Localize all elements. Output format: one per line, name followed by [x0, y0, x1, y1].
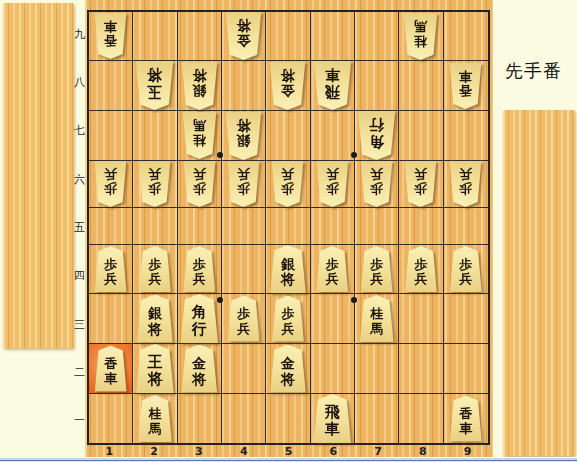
board-cell[interactable]: 歩兵 — [444, 245, 488, 294]
board-cell[interactable] — [266, 111, 310, 161]
board-cell[interactable] — [444, 208, 488, 245]
piece-歩兵[interactable]: 歩兵 — [404, 161, 437, 207]
board-cell[interactable] — [133, 12, 177, 61]
piece-飛車[interactable]: 飛車 — [313, 394, 352, 443]
board-cell[interactable]: 歩兵 — [89, 245, 133, 294]
board-cell[interactable]: 桂馬 — [399, 12, 443, 61]
piece-歩兵[interactable]: 歩兵 — [404, 246, 437, 292]
board-cell[interactable] — [133, 111, 177, 161]
board-cell[interactable]: 銀将 — [178, 61, 222, 111]
piece-歩兵[interactable]: 歩兵 — [94, 161, 127, 207]
board-cell[interactable] — [355, 12, 399, 61]
star-point — [351, 297, 357, 303]
board-cell[interactable] — [311, 208, 355, 245]
board-cell[interactable] — [266, 208, 310, 245]
board-cell[interactable] — [355, 344, 399, 394]
piece-歩兵[interactable]: 歩兵 — [316, 246, 349, 292]
board-cell[interactable]: 桂馬 — [133, 394, 177, 443]
board-cell[interactable] — [133, 208, 177, 245]
piece-歩兵[interactable]: 歩兵 — [271, 296, 304, 342]
rank-label: 六 — [74, 155, 85, 203]
board-cell[interactable] — [266, 12, 310, 61]
piece-角行[interactable]: 角行 — [180, 294, 219, 343]
board-cell[interactable]: 飛車 — [311, 394, 355, 443]
piece-歩兵[interactable]: 歩兵 — [94, 246, 127, 292]
board-cell[interactable]: 桂馬 — [355, 294, 399, 344]
board-cell[interactable] — [355, 208, 399, 245]
board-cell[interactable]: 歩兵 — [311, 161, 355, 208]
board-cell[interactable] — [399, 208, 443, 245]
rank-label: 八 — [74, 58, 85, 106]
board-cell[interactable] — [222, 61, 266, 111]
rank-label: 九 — [74, 10, 85, 58]
piece-香車[interactable]: 香車 — [94, 346, 127, 392]
board-cell[interactable]: 香車 — [444, 61, 488, 111]
board-cell[interactable]: 歩兵 — [222, 294, 266, 344]
piece-銀将[interactable]: 銀将 — [136, 295, 173, 343]
piece-歩兵[interactable]: 歩兵 — [360, 161, 393, 207]
piece-金将[interactable]: 金将 — [269, 62, 306, 110]
rank-label: 四 — [74, 252, 85, 300]
board-cell[interactable]: 歩兵 — [399, 161, 443, 208]
piece-歩兵[interactable]: 歩兵 — [227, 161, 260, 207]
piece-桂馬[interactable]: 桂馬 — [403, 13, 438, 60]
sente-piece-stand — [503, 110, 575, 456]
board-cell[interactable] — [89, 111, 133, 161]
rank-label: 五 — [74, 203, 85, 251]
piece-歩兵[interactable]: 歩兵 — [449, 246, 482, 292]
board-cell[interactable]: 王将 — [133, 344, 177, 394]
board-cell[interactable] — [355, 61, 399, 111]
piece-金将[interactable]: 金将 — [269, 345, 306, 393]
board-cell[interactable]: 金将 — [222, 12, 266, 61]
piece-歩兵[interactable]: 歩兵 — [271, 161, 304, 207]
board-grid: 香車金将桂馬玉将銀将金将飛車香車桂馬銀将角行歩兵歩兵歩兵歩兵歩兵歩兵歩兵歩兵歩兵… — [87, 10, 490, 445]
board-cell[interactable]: 歩兵 — [311, 245, 355, 294]
board-cell[interactable]: 角行 — [178, 294, 222, 344]
board-cell[interactable]: 歩兵 — [178, 161, 222, 208]
board-cell[interactable] — [89, 394, 133, 443]
piece-香車[interactable]: 香車 — [449, 396, 482, 442]
board-cell[interactable] — [355, 394, 399, 443]
board-cell[interactable]: 歩兵 — [222, 161, 266, 208]
piece-銀将[interactable]: 銀将 — [181, 62, 218, 110]
board-cell[interactable] — [178, 208, 222, 245]
board-cell[interactable] — [444, 12, 488, 61]
piece-歩兵[interactable]: 歩兵 — [227, 296, 260, 342]
piece-歩兵[interactable]: 歩兵 — [183, 161, 216, 207]
board-cell[interactable]: 歩兵 — [133, 161, 177, 208]
piece-飛車[interactable]: 飛車 — [313, 61, 352, 110]
piece-玉将[interactable]: 玉将 — [135, 61, 174, 110]
board-cell[interactable]: 銀将 — [222, 111, 266, 161]
shogi-board: 香車金将桂馬玉将銀将金将飛車香車桂馬銀将角行歩兵歩兵歩兵歩兵歩兵歩兵歩兵歩兵歩兵… — [85, 0, 493, 459]
board-cell[interactable] — [178, 394, 222, 443]
gote-piece-stand — [3, 3, 74, 348]
board-cell[interactable]: 銀将 — [266, 245, 310, 294]
rank-label: 三 — [74, 300, 85, 348]
piece-王将[interactable]: 王将 — [135, 344, 174, 393]
turn-indicator: 先手番 — [505, 59, 562, 83]
board-cell[interactable]: 金将 — [178, 344, 222, 394]
rank-label: 二 — [74, 348, 85, 396]
board-cell[interactable]: 玉将 — [133, 61, 177, 111]
piece-桂馬[interactable]: 桂馬 — [137, 395, 172, 442]
board-cell[interactable]: 香車 — [89, 344, 133, 394]
board-cell[interactable]: 金将 — [266, 61, 310, 111]
board-cell[interactable] — [444, 294, 488, 344]
board-cell[interactable] — [89, 208, 133, 245]
board-cell[interactable] — [178, 12, 222, 61]
piece-歩兵[interactable]: 歩兵 — [138, 161, 171, 207]
board-cell[interactable] — [399, 61, 443, 111]
piece-桂馬[interactable]: 桂馬 — [182, 112, 217, 159]
board-cell[interactable] — [399, 344, 443, 394]
board-cell[interactable] — [89, 61, 133, 111]
piece-桂馬[interactable]: 桂馬 — [359, 295, 394, 342]
piece-銀将[interactable]: 銀将 — [225, 112, 262, 160]
board-cell[interactable]: 歩兵 — [178, 245, 222, 294]
board-cell[interactable]: 歩兵 — [266, 161, 310, 208]
board-cell[interactable]: 歩兵 — [399, 245, 443, 294]
board-cell[interactable] — [444, 344, 488, 394]
board-cell[interactable]: 銀将 — [133, 294, 177, 344]
rank-label: 一 — [74, 397, 85, 445]
board-cell[interactable] — [222, 208, 266, 245]
board-cell[interactable] — [89, 294, 133, 344]
board-cell[interactable]: 歩兵 — [355, 161, 399, 208]
window-bottom-edge — [0, 457, 577, 462]
board-cell[interactable] — [399, 111, 443, 161]
board-cell[interactable] — [222, 344, 266, 394]
star-point — [217, 297, 223, 303]
piece-歩兵[interactable]: 歩兵 — [316, 161, 349, 207]
board-cell[interactable]: 香車 — [89, 12, 133, 61]
board-cell[interactable]: 桂馬 — [178, 111, 222, 161]
board-cell[interactable] — [444, 111, 488, 161]
board-cell[interactable] — [266, 394, 310, 443]
piece-金将[interactable]: 金将 — [225, 12, 262, 60]
board-cell[interactable]: 歩兵 — [266, 294, 310, 344]
board-cell[interactable] — [222, 394, 266, 443]
piece-金将[interactable]: 金将 — [181, 345, 218, 393]
piece-歩兵[interactable]: 歩兵 — [360, 246, 393, 292]
piece-香車[interactable]: 香車 — [94, 13, 127, 59]
board-cell[interactable] — [222, 245, 266, 294]
star-point — [217, 152, 223, 158]
board-cell[interactable] — [311, 12, 355, 61]
board-cell[interactable] — [311, 344, 355, 394]
board-cell[interactable]: 金将 — [266, 344, 310, 394]
board-cell[interactable] — [399, 394, 443, 443]
board-cell[interactable]: 歩兵 — [89, 161, 133, 208]
board-cell[interactable]: 飛車 — [311, 61, 355, 111]
board-cell[interactable] — [399, 294, 443, 344]
piece-歩兵[interactable]: 歩兵 — [138, 246, 171, 292]
piece-銀将[interactable]: 銀将 — [269, 245, 306, 293]
piece-角行[interactable]: 角行 — [357, 111, 396, 160]
rank-label: 七 — [74, 107, 85, 155]
board-cell[interactable]: 香車 — [444, 394, 488, 443]
board-cell[interactable] — [311, 111, 355, 161]
board-cell[interactable]: 歩兵 — [355, 245, 399, 294]
board-cell[interactable]: 歩兵 — [133, 245, 177, 294]
board-cell[interactable] — [311, 294, 355, 344]
board-cell[interactable]: 角行 — [355, 111, 399, 161]
star-point — [351, 152, 357, 158]
piece-歩兵[interactable]: 歩兵 — [449, 161, 482, 207]
piece-歩兵[interactable]: 歩兵 — [183, 246, 216, 292]
board-cell[interactable]: 歩兵 — [444, 161, 488, 208]
piece-香車[interactable]: 香車 — [449, 63, 482, 109]
rank-labels: 九八七六五四三二一 — [74, 10, 85, 445]
